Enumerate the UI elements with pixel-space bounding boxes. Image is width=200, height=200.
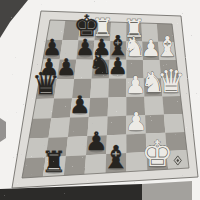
chessboard-photo: ♚♜♜♟♟♟♝♞♟♝♟♟♞♟♛♟♞♛♟♟♟♜♝♚ bbox=[0, 0, 200, 200]
screenshot: ♚♜♜♟♟♟♝♞♟♝♟♟♞♟♛♟♞♛♟♟♟♜♝♚ bbox=[0, 0, 200, 200]
photo-noise-overlay-light bbox=[0, 0, 200, 200]
